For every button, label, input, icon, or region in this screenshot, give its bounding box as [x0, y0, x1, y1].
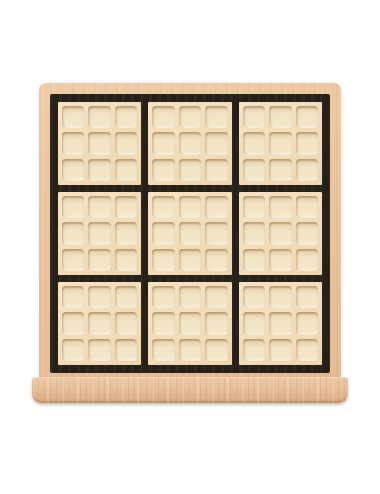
cell-r9c6[interactable]: [205, 339, 227, 361]
cell-r7c8[interactable]: [269, 286, 291, 308]
cell-r7c6[interactable]: [205, 286, 227, 308]
cell-r3c7[interactable]: [243, 159, 265, 181]
block-2-2: [148, 192, 231, 275]
cell-r2c2[interactable]: [88, 132, 110, 154]
cell-r8c9[interactable]: [296, 312, 318, 334]
cell-r8c4[interactable]: [152, 312, 174, 334]
cell-r4c6[interactable]: [205, 196, 227, 218]
cell-r4c5[interactable]: [179, 196, 201, 218]
cell-r2c4[interactable]: [152, 132, 174, 154]
cell-r4c2[interactable]: [88, 196, 110, 218]
cell-r1c5[interactable]: [179, 106, 201, 128]
cell-r3c5[interactable]: [179, 159, 201, 181]
cell-r6c3[interactable]: [115, 249, 137, 271]
cell-r1c7[interactable]: [243, 106, 265, 128]
cell-r9c2[interactable]: [88, 339, 110, 361]
block-2-3: [239, 192, 322, 275]
block-3-3: [239, 282, 322, 365]
tile-tray: [32, 377, 348, 403]
cell-r4c7[interactable]: [243, 196, 265, 218]
cell-r5c9[interactable]: [296, 222, 318, 244]
cell-r7c2[interactable]: [88, 286, 110, 308]
cell-r2c5[interactable]: [179, 132, 201, 154]
cell-r5c7[interactable]: [243, 222, 265, 244]
cell-r2c1[interactable]: [62, 132, 84, 154]
product-photo: [0, 0, 380, 494]
cell-r4c9[interactable]: [296, 196, 318, 218]
cell-r5c8[interactable]: [269, 222, 291, 244]
cell-r5c6[interactable]: [205, 222, 227, 244]
cell-r4c3[interactable]: [115, 196, 137, 218]
cell-r2c8[interactable]: [269, 132, 291, 154]
cell-r3c9[interactable]: [296, 159, 318, 181]
cell-r1c4[interactable]: [152, 106, 174, 128]
cell-r8c7[interactable]: [243, 312, 265, 334]
cell-r5c2[interactable]: [88, 222, 110, 244]
block-1-3: [239, 102, 322, 185]
cell-r8c3[interactable]: [115, 312, 137, 334]
cell-r7c4[interactable]: [152, 286, 174, 308]
cell-r6c8[interactable]: [269, 249, 291, 271]
cell-r9c9[interactable]: [296, 339, 318, 361]
cell-r1c3[interactable]: [115, 106, 137, 128]
cell-r8c1[interactable]: [62, 312, 84, 334]
cell-r4c4[interactable]: [152, 196, 174, 218]
cell-r9c7[interactable]: [243, 339, 265, 361]
cell-r7c3[interactable]: [115, 286, 137, 308]
cell-r3c3[interactable]: [115, 159, 137, 181]
cell-r1c9[interactable]: [296, 106, 318, 128]
cell-r7c7[interactable]: [243, 286, 265, 308]
block-3-2: [148, 282, 231, 365]
cell-r7c9[interactable]: [296, 286, 318, 308]
cell-r9c8[interactable]: [269, 339, 291, 361]
cell-r3c6[interactable]: [205, 159, 227, 181]
cell-r5c3[interactable]: [115, 222, 137, 244]
grid-lines: [50, 94, 330, 373]
cell-r5c1[interactable]: [62, 222, 84, 244]
block-1-2: [148, 102, 231, 185]
block-2-1: [58, 192, 141, 275]
cell-r9c3[interactable]: [115, 339, 137, 361]
cell-r6c6[interactable]: [205, 249, 227, 271]
cell-r6c1[interactable]: [62, 249, 84, 271]
cell-r6c9[interactable]: [296, 249, 318, 271]
cell-r6c4[interactable]: [152, 249, 174, 271]
cell-r4c8[interactable]: [269, 196, 291, 218]
cell-r6c5[interactable]: [179, 249, 201, 271]
cell-r5c4[interactable]: [152, 222, 174, 244]
cell-r8c2[interactable]: [88, 312, 110, 334]
cell-r7c1[interactable]: [62, 286, 84, 308]
cell-r5c5[interactable]: [179, 222, 201, 244]
cell-r9c5[interactable]: [179, 339, 201, 361]
cell-r1c6[interactable]: [205, 106, 227, 128]
cell-r2c9[interactable]: [296, 132, 318, 154]
cell-r2c6[interactable]: [205, 132, 227, 154]
cell-r2c3[interactable]: [115, 132, 137, 154]
block-3-1: [58, 282, 141, 365]
cell-r6c7[interactable]: [243, 249, 265, 271]
cell-r3c1[interactable]: [62, 159, 84, 181]
cell-r1c2[interactable]: [88, 106, 110, 128]
cell-r3c2[interactable]: [88, 159, 110, 181]
cell-r8c8[interactable]: [269, 312, 291, 334]
cell-r4c1[interactable]: [62, 196, 84, 218]
cell-r8c6[interactable]: [205, 312, 227, 334]
block-1-1: [58, 102, 141, 185]
cell-r8c5[interactable]: [179, 312, 201, 334]
cell-r7c5[interactable]: [179, 286, 201, 308]
cell-r3c8[interactable]: [269, 159, 291, 181]
cell-r3c4[interactable]: [152, 159, 174, 181]
cell-r1c1[interactable]: [62, 106, 84, 128]
cell-r9c1[interactable]: [62, 339, 84, 361]
cell-r1c8[interactable]: [269, 106, 291, 128]
cell-r6c2[interactable]: [88, 249, 110, 271]
cell-r9c4[interactable]: [152, 339, 174, 361]
cell-r2c7[interactable]: [243, 132, 265, 154]
sudoku-board: [39, 83, 341, 379]
